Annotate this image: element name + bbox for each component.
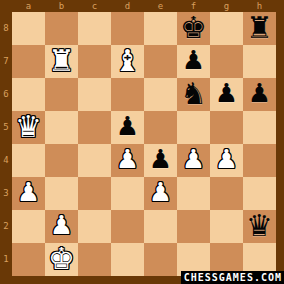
black-queen[interactable]: ♛: [243, 209, 276, 242]
square-b3[interactable]: [45, 177, 78, 210]
square-e8[interactable]: [144, 12, 177, 45]
square-e3[interactable]: ♟: [144, 177, 177, 210]
watermark-label: CHESSGAMES.COM: [181, 271, 284, 284]
chess-board: ♚♜♜♝♟♞♟♟♛♟♟♟♟♟♟♟♟♛♚: [12, 12, 276, 276]
rank-label-1: 1: [0, 243, 12, 276]
square-d2[interactable]: [111, 210, 144, 243]
square-g8[interactable]: [210, 12, 243, 45]
black-knight[interactable]: ♞: [177, 77, 210, 110]
square-b5[interactable]: [45, 111, 78, 144]
black-pawn[interactable]: ♟: [111, 110, 144, 143]
square-e2[interactable]: [144, 210, 177, 243]
white-king[interactable]: ♚: [45, 242, 78, 275]
square-a5[interactable]: ♛: [12, 111, 45, 144]
square-b7[interactable]: ♜: [45, 45, 78, 78]
square-f3[interactable]: [177, 177, 210, 210]
rank-label-6: 6: [0, 78, 12, 111]
file-label-e: e: [144, 0, 177, 12]
square-f7[interactable]: ♟: [177, 45, 210, 78]
square-a8[interactable]: [12, 12, 45, 45]
square-b6[interactable]: [45, 78, 78, 111]
square-d7[interactable]: ♝: [111, 45, 144, 78]
square-d3[interactable]: [111, 177, 144, 210]
file-label-c: c: [78, 0, 111, 12]
square-h7[interactable]: [243, 45, 276, 78]
square-c3[interactable]: [78, 177, 111, 210]
white-rook[interactable]: ♜: [45, 44, 78, 77]
rank-label-8: 8: [0, 12, 12, 45]
square-h6[interactable]: ♟: [243, 78, 276, 111]
black-pawn[interactable]: ♟: [144, 143, 177, 176]
square-c4[interactable]: [78, 144, 111, 177]
square-e4[interactable]: ♟: [144, 144, 177, 177]
square-h8[interactable]: ♜: [243, 12, 276, 45]
square-e7[interactable]: [144, 45, 177, 78]
square-f2[interactable]: [177, 210, 210, 243]
white-pawn[interactable]: ♟: [210, 143, 243, 176]
square-g2[interactable]: [210, 210, 243, 243]
file-label-d: d: [111, 0, 144, 12]
square-b2[interactable]: ♟: [45, 210, 78, 243]
square-g7[interactable]: [210, 45, 243, 78]
white-bishop[interactable]: ♝: [111, 44, 144, 77]
white-pawn[interactable]: ♟: [177, 143, 210, 176]
file-label-g: g: [210, 0, 243, 12]
square-h2[interactable]: ♛: [243, 210, 276, 243]
square-g4[interactable]: ♟: [210, 144, 243, 177]
square-a4[interactable]: [12, 144, 45, 177]
black-pawn[interactable]: ♟: [243, 77, 276, 110]
square-d1[interactable]: [111, 243, 144, 276]
square-c1[interactable]: [78, 243, 111, 276]
square-d4[interactable]: ♟: [111, 144, 144, 177]
rank-label-4: 4: [0, 144, 12, 177]
square-c5[interactable]: [78, 111, 111, 144]
square-g3[interactable]: [210, 177, 243, 210]
chess-diagram: abcdefgh 87654321 ♚♜♜♝♟♞♟♟♛♟♟♟♟♟♟♟♟♛♚ CH…: [0, 0, 284, 284]
rank-label-7: 7: [0, 45, 12, 78]
square-c2[interactable]: [78, 210, 111, 243]
square-g6[interactable]: ♟: [210, 78, 243, 111]
square-a1[interactable]: [12, 243, 45, 276]
square-e6[interactable]: [144, 78, 177, 111]
black-pawn[interactable]: ♟: [210, 77, 243, 110]
square-a6[interactable]: [12, 78, 45, 111]
white-pawn[interactable]: ♟: [111, 143, 144, 176]
square-a7[interactable]: [12, 45, 45, 78]
white-queen[interactable]: ♛: [12, 110, 45, 143]
square-h5[interactable]: [243, 111, 276, 144]
square-d5[interactable]: ♟: [111, 111, 144, 144]
square-f6[interactable]: ♞: [177, 78, 210, 111]
square-c7[interactable]: [78, 45, 111, 78]
square-f5[interactable]: [177, 111, 210, 144]
rank-label-2: 2: [0, 210, 12, 243]
white-pawn[interactable]: ♟: [45, 209, 78, 242]
black-rook[interactable]: ♜: [243, 11, 276, 44]
rank-labels: 87654321: [0, 12, 12, 276]
square-a2[interactable]: [12, 210, 45, 243]
square-c8[interactable]: [78, 12, 111, 45]
rank-label-5: 5: [0, 111, 12, 144]
white-pawn[interactable]: ♟: [144, 176, 177, 209]
file-labels: abcdefgh: [12, 0, 276, 12]
square-b1[interactable]: ♚: [45, 243, 78, 276]
file-label-a: a: [12, 0, 45, 12]
black-king[interactable]: ♚: [177, 11, 210, 44]
white-pawn[interactable]: ♟: [12, 176, 45, 209]
square-h4[interactable]: [243, 144, 276, 177]
black-pawn[interactable]: ♟: [177, 44, 210, 77]
square-c6[interactable]: [78, 78, 111, 111]
square-d6[interactable]: [111, 78, 144, 111]
square-e1[interactable]: [144, 243, 177, 276]
square-b4[interactable]: [45, 144, 78, 177]
file-label-b: b: [45, 0, 78, 12]
square-b8[interactable]: [45, 12, 78, 45]
square-e5[interactable]: [144, 111, 177, 144]
square-a3[interactable]: ♟: [12, 177, 45, 210]
square-g5[interactable]: [210, 111, 243, 144]
rank-label-3: 3: [0, 177, 12, 210]
square-f8[interactable]: ♚: [177, 12, 210, 45]
square-h3[interactable]: [243, 177, 276, 210]
square-d8[interactable]: [111, 12, 144, 45]
square-f4[interactable]: ♟: [177, 144, 210, 177]
